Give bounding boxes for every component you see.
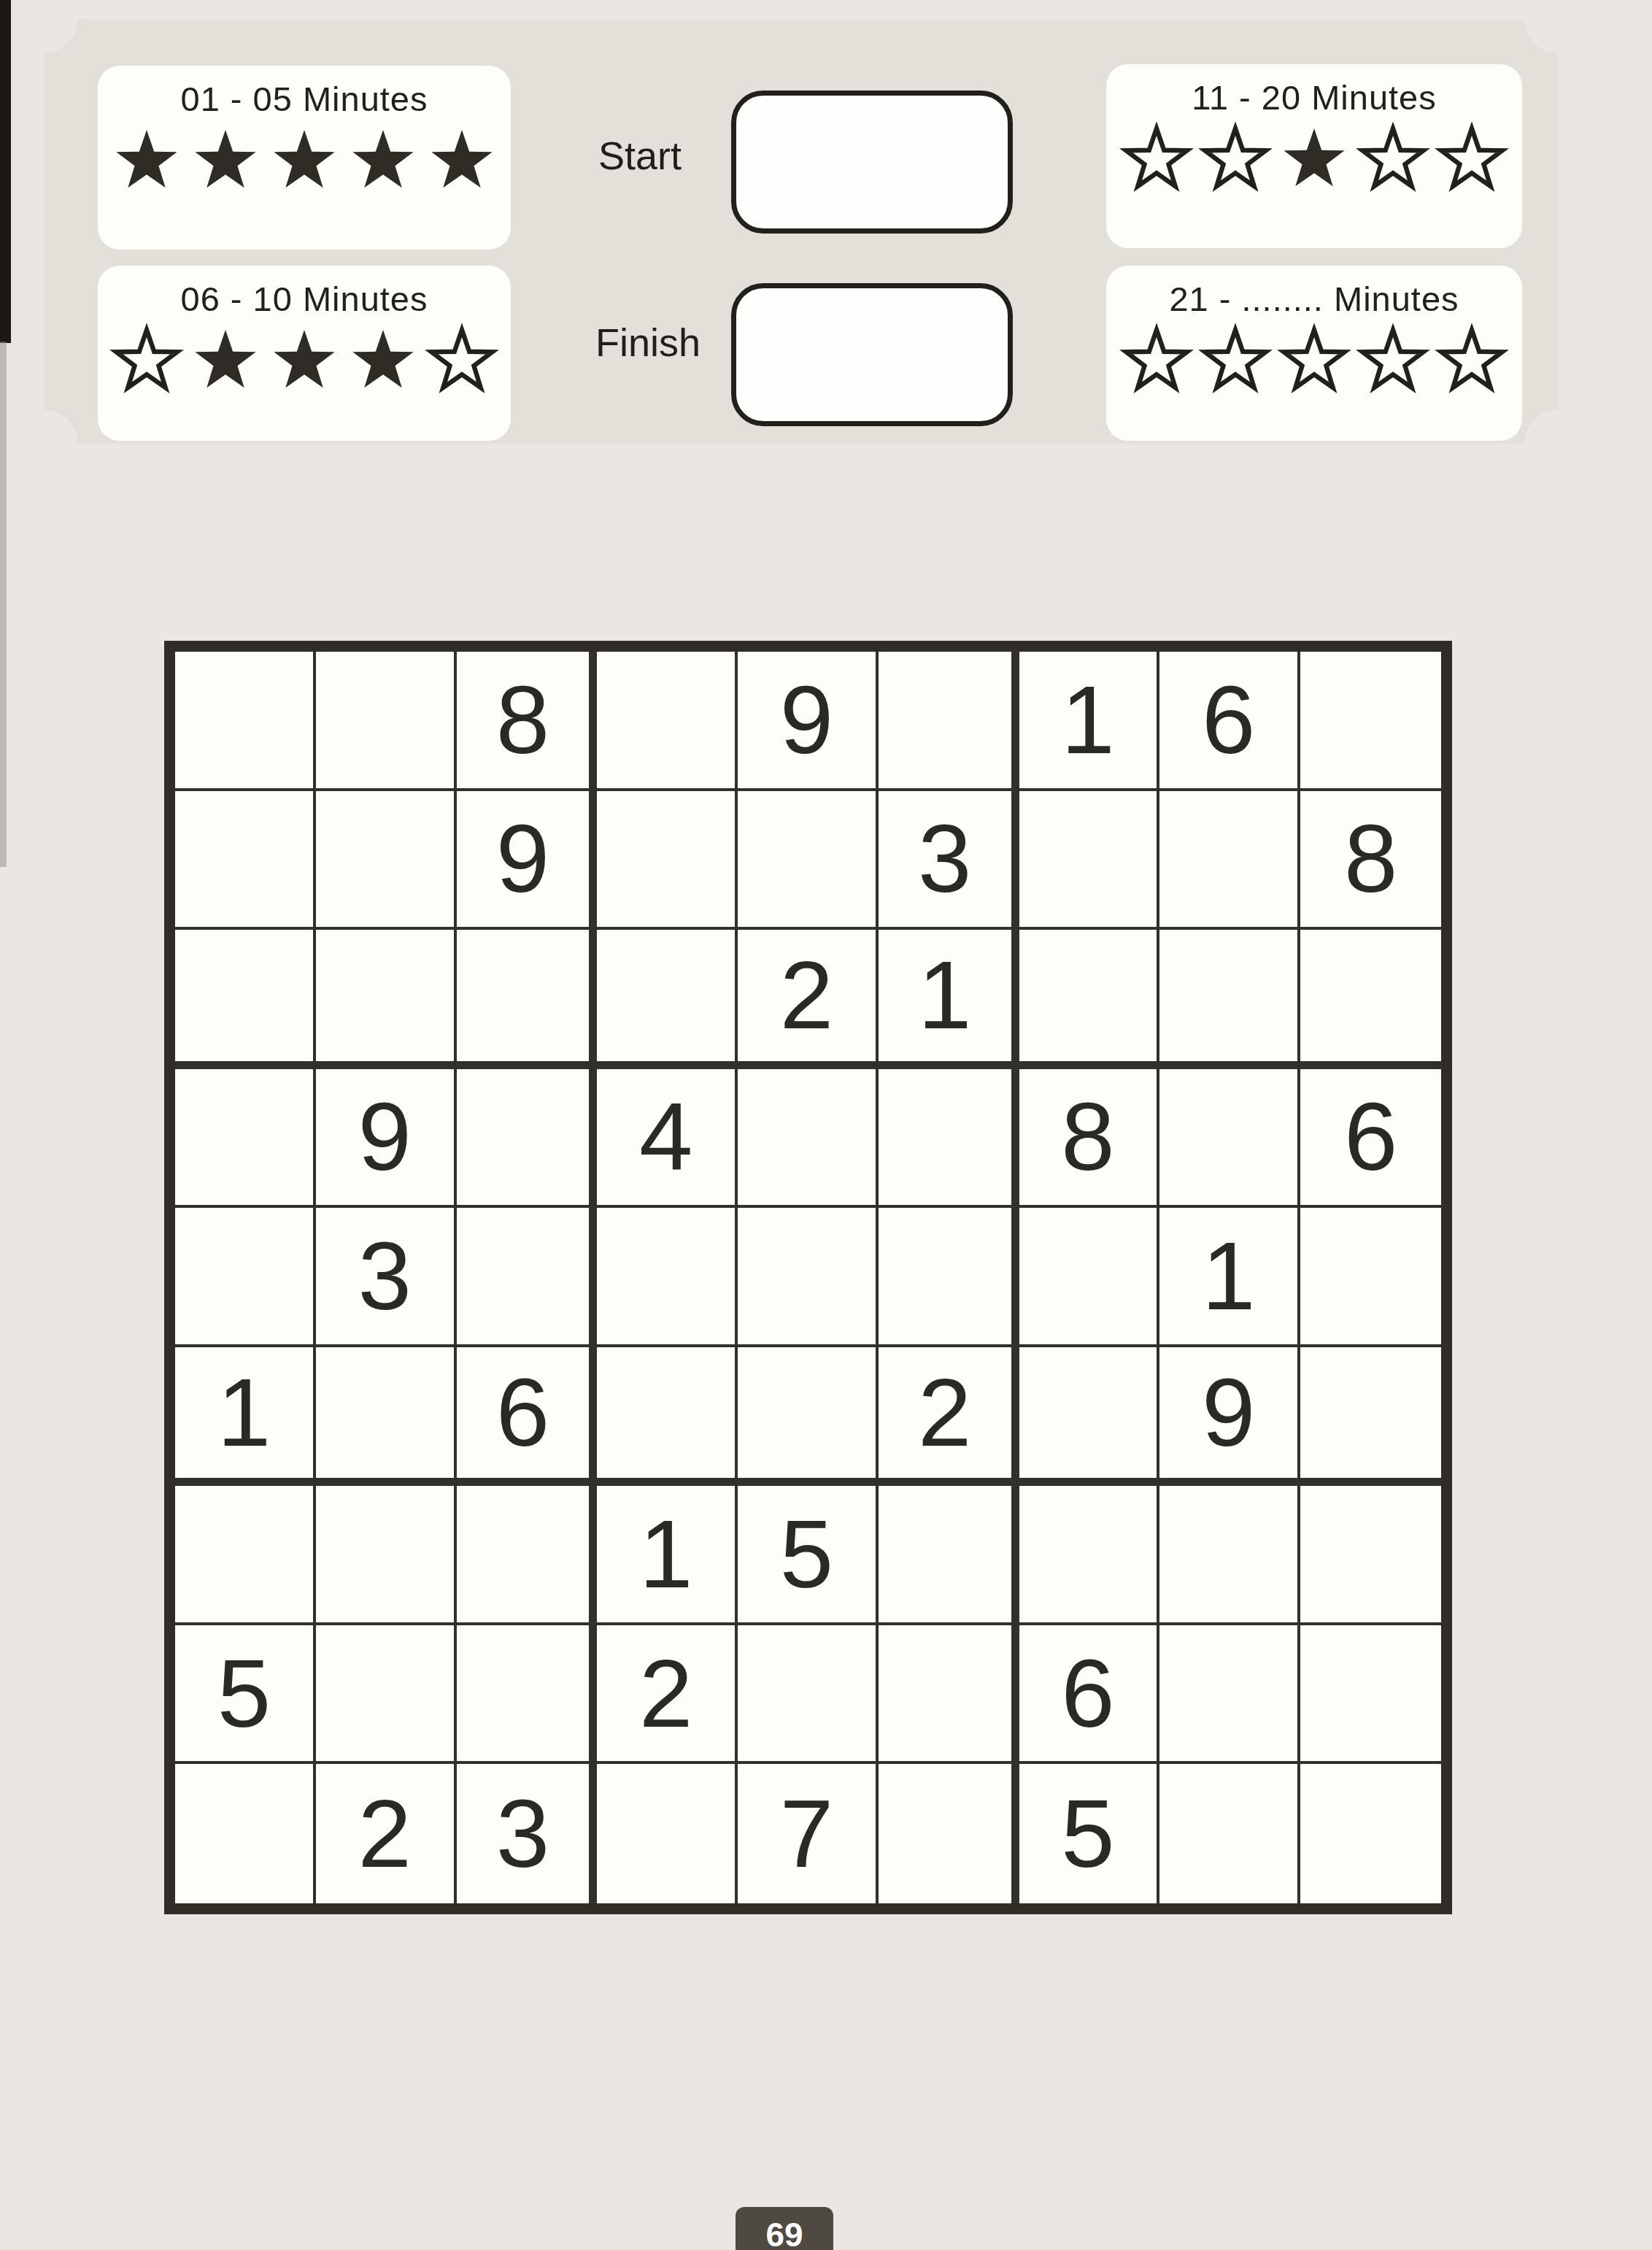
star-rating-row (98, 123, 511, 198)
start-time-box[interactable] (731, 90, 1013, 234)
sudoku-cell-r9c8[interactable] (1159, 1764, 1300, 1903)
star-rating-row (98, 323, 511, 398)
star-outline-icon (1356, 122, 1430, 196)
sudoku-cell-r5c5[interactable] (738, 1208, 879, 1347)
scanned-page: 01 - 05 Minutes 06 - 10 Minutes 11 - 20 … (0, 0, 1652, 2250)
star-outline-icon (1198, 323, 1273, 398)
rating-label: 21 - ........ Minutes (1106, 279, 1522, 319)
sudoku-cell-r1c1[interactable] (175, 652, 316, 791)
sudoku-cell-r1c8: 6 (1159, 652, 1300, 791)
sudoku-cell-r5c4[interactable] (597, 1208, 738, 1347)
rating-panel-11-20: 11 - 20 Minutes (1106, 64, 1522, 248)
sudoku-cell-r4c5[interactable] (738, 1069, 879, 1209)
sudoku-cell-r3c9[interactable] (1300, 930, 1441, 1069)
sudoku-cell-r8c4: 2 (597, 1625, 738, 1765)
star-outline-icon (1198, 122, 1273, 196)
sudoku-cell-r6c3: 6 (457, 1347, 598, 1487)
sudoku-cell-r1c9[interactable] (1300, 652, 1441, 791)
sudoku-cell-r6c4[interactable] (597, 1347, 738, 1487)
sudoku-cell-r9c3: 3 (457, 1764, 598, 1903)
star-rating-row (1106, 122, 1522, 196)
sudoku-cell-r4c6[interactable] (879, 1069, 1019, 1209)
sudoku-cell-r5c9[interactable] (1300, 1208, 1441, 1347)
page-number: 69 (765, 2215, 803, 2250)
sudoku-cell-r9c6[interactable] (879, 1764, 1019, 1903)
sudoku-cell-r7c9[interactable] (1300, 1486, 1441, 1625)
sudoku-cell-r3c8[interactable] (1159, 930, 1300, 1069)
sudoku-cell-r2c5[interactable] (738, 791, 879, 931)
sudoku-cell-r1c2[interactable] (316, 652, 457, 791)
timing-card: 01 - 05 Minutes 06 - 10 Minutes 11 - 20 … (44, 19, 1559, 444)
sudoku-cell-r8c3[interactable] (457, 1625, 598, 1765)
sudoku-cell-r9c2: 2 (316, 1764, 457, 1903)
sudoku-cell-r9c4[interactable] (597, 1764, 738, 1903)
page-number-badge: 69 (736, 2207, 833, 2250)
sudoku-cell-r3c4[interactable] (597, 930, 738, 1069)
sudoku-cell-r7c4: 1 (597, 1486, 738, 1625)
sudoku-cell-r2c9: 8 (1300, 791, 1441, 931)
sudoku-cell-r1c3: 8 (457, 652, 598, 791)
sudoku-cell-r8c5[interactable] (738, 1625, 879, 1765)
sudoku-cell-r2c6: 3 (879, 791, 1019, 931)
sudoku-cell-r9c1[interactable] (175, 1764, 316, 1903)
sudoku-cell-r1c4[interactable] (597, 652, 738, 791)
sudoku-cell-r5c6[interactable] (879, 1208, 1019, 1347)
sudoku-cell-r1c7: 1 (1019, 652, 1160, 791)
sudoku-cell-r6c9[interactable] (1300, 1347, 1441, 1487)
star-filled-icon (425, 123, 499, 198)
sudoku-cell-r6c5[interactable] (738, 1347, 879, 1487)
star-filled-icon (346, 123, 420, 198)
sudoku-cell-r4c8[interactable] (1159, 1069, 1300, 1209)
sudoku-cell-r6c7[interactable] (1019, 1347, 1160, 1487)
sudoku-cell-r2c7[interactable] (1019, 791, 1160, 931)
start-label: Start (598, 133, 682, 178)
sudoku-cell-r4c9: 6 (1300, 1069, 1441, 1209)
sudoku-cell-r6c2[interactable] (316, 1347, 457, 1487)
star-outline-icon (109, 323, 184, 398)
star-outline-icon (1435, 323, 1509, 398)
star-filled-icon (267, 123, 341, 198)
sudoku-cell-r4c3[interactable] (457, 1069, 598, 1209)
sudoku-cell-r5c2: 3 (316, 1208, 457, 1347)
rating-label: 06 - 10 Minutes (98, 279, 511, 319)
sudoku-cell-r3c3[interactable] (457, 930, 598, 1069)
sudoku-cell-r7c3[interactable] (457, 1486, 598, 1625)
sudoku-cell-r9c7: 5 (1019, 1764, 1160, 1903)
sudoku-cell-r7c5: 5 (738, 1486, 879, 1625)
sudoku-cell-r2c3: 9 (457, 791, 598, 931)
sudoku-cell-r8c9[interactable] (1300, 1625, 1441, 1765)
sudoku-cell-r7c2[interactable] (316, 1486, 457, 1625)
sudoku-cell-r5c1[interactable] (175, 1208, 316, 1347)
sudoku-cell-r1c5: 9 (738, 652, 879, 791)
sudoku-cell-r8c1: 5 (175, 1625, 316, 1765)
sudoku-board: 8916938219486311629155262375 (164, 641, 1452, 1914)
sudoku-cell-r7c6[interactable] (879, 1486, 1019, 1625)
sudoku-cell-r1c6[interactable] (879, 652, 1019, 791)
sudoku-cell-r8c2[interactable] (316, 1625, 457, 1765)
star-filled-icon (267, 323, 341, 398)
sudoku-cell-r9c9[interactable] (1300, 1764, 1441, 1903)
rating-panel-21-plus: 21 - ........ Minutes (1106, 266, 1522, 441)
star-outline-icon (1119, 122, 1194, 196)
sudoku-cell-r3c1[interactable] (175, 930, 316, 1069)
rating-panel-06-10: 06 - 10 Minutes (98, 266, 511, 441)
star-outline-icon (1356, 323, 1430, 398)
sudoku-cell-r5c7[interactable] (1019, 1208, 1160, 1347)
star-outline-icon (1277, 323, 1351, 398)
scan-edge-artifact (0, 0, 11, 343)
star-outline-icon (1435, 122, 1509, 196)
sudoku-cell-r7c1[interactable] (175, 1486, 316, 1625)
sudoku-cell-r5c8: 1 (1159, 1208, 1300, 1347)
sudoku-cell-r4c4: 4 (597, 1069, 738, 1209)
star-filled-icon (1277, 122, 1351, 196)
star-filled-icon (109, 123, 184, 198)
star-outline-icon (425, 323, 499, 398)
sudoku-cell-r3c2[interactable] (316, 930, 457, 1069)
star-filled-icon (188, 323, 263, 398)
star-filled-icon (346, 323, 420, 398)
sudoku-cell-r4c1[interactable] (175, 1069, 316, 1209)
sudoku-cell-r2c2[interactable] (316, 791, 457, 931)
sudoku-cell-r3c7[interactable] (1019, 930, 1160, 1069)
finish-time-box[interactable] (731, 283, 1013, 426)
sudoku-cell-r6c1: 1 (175, 1347, 316, 1487)
sudoku-cell-r2c8[interactable] (1159, 791, 1300, 931)
sudoku-cell-r7c8[interactable] (1159, 1486, 1300, 1625)
sudoku-cell-r2c4[interactable] (597, 791, 738, 931)
rating-label: 01 - 05 Minutes (98, 79, 511, 119)
rating-panel-01-05: 01 - 05 Minutes (98, 66, 511, 250)
sudoku-cell-r9c5: 7 (738, 1764, 879, 1903)
sudoku-cell-r4c7: 8 (1019, 1069, 1160, 1209)
sudoku-cell-r4c2: 9 (316, 1069, 457, 1209)
sudoku-cell-r6c6: 2 (879, 1347, 1019, 1487)
sudoku-cell-r7c7[interactable] (1019, 1486, 1160, 1625)
sudoku-cell-r8c7: 6 (1019, 1625, 1160, 1765)
sudoku-cell-r5c3[interactable] (457, 1208, 598, 1347)
sudoku-cell-r8c8[interactable] (1159, 1625, 1300, 1765)
finish-label: Finish (595, 320, 700, 365)
rating-label: 11 - 20 Minutes (1106, 77, 1522, 117)
star-outline-icon (1119, 323, 1194, 398)
scan-edge-artifact-faint (0, 342, 7, 867)
sudoku-cell-r8c6[interactable] (879, 1625, 1019, 1765)
star-filled-icon (188, 123, 263, 198)
sudoku-cell-r2c1[interactable] (175, 791, 316, 931)
sudoku-cell-r3c5: 2 (738, 930, 879, 1069)
star-rating-row (1106, 323, 1522, 398)
sudoku-cell-r6c8: 9 (1159, 1347, 1300, 1487)
sudoku-cell-r3c6: 1 (879, 930, 1019, 1069)
